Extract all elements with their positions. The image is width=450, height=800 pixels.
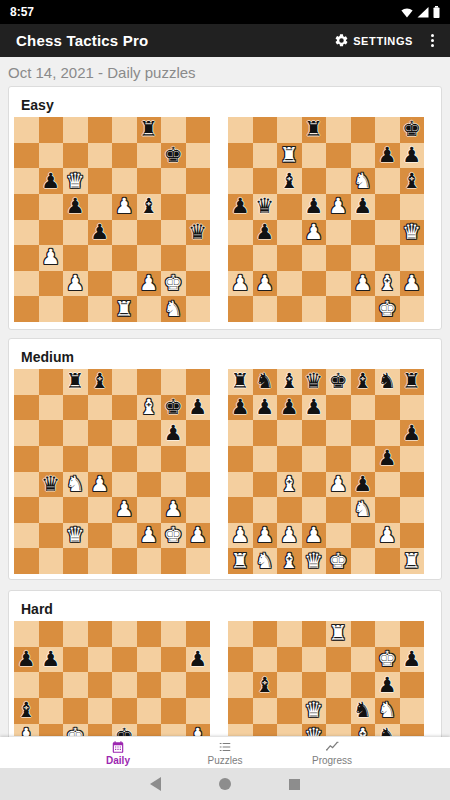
square-f8[interactable] xyxy=(137,369,162,395)
square-h4[interactable]: ♛ xyxy=(186,220,211,246)
chess-board-medium-2[interactable]: ♜♞♝♛♚♝♞♜♟♟♟♟♟♟♝♟♟♞♟♟♟♟♟♜♞♝♛♚♜ xyxy=(228,369,424,574)
square-e5[interactable] xyxy=(112,698,137,724)
square-g4[interactable] xyxy=(375,220,400,246)
square-c6[interactable] xyxy=(63,672,88,698)
square-a4[interactable] xyxy=(228,472,253,498)
square-g3[interactable] xyxy=(161,245,186,271)
square-d3[interactable] xyxy=(302,497,327,523)
square-d6[interactable] xyxy=(88,168,113,194)
square-b8[interactable]: ♞ xyxy=(253,369,278,395)
square-b3[interactable] xyxy=(253,245,278,271)
square-h8[interactable] xyxy=(400,621,425,647)
square-b7[interactable] xyxy=(39,395,64,421)
square-d7[interactable] xyxy=(302,647,327,673)
square-c5[interactable] xyxy=(277,194,302,220)
square-d7[interactable] xyxy=(88,647,113,673)
square-a1[interactable] xyxy=(14,548,39,574)
square-d6[interactable] xyxy=(302,672,327,698)
square-a3[interactable] xyxy=(14,497,39,523)
square-g2[interactable]: ♝ xyxy=(375,271,400,297)
square-c4[interactable] xyxy=(277,724,302,737)
square-f1[interactable] xyxy=(351,296,376,322)
square-g5[interactable] xyxy=(375,194,400,220)
square-h6[interactable] xyxy=(186,420,211,446)
square-b3[interactable]: ♟ xyxy=(39,245,64,271)
square-h2[interactable]: ♟ xyxy=(400,271,425,297)
square-h3[interactable] xyxy=(186,497,211,523)
square-g5[interactable] xyxy=(161,446,186,472)
square-c2[interactable]: ♛ xyxy=(63,523,88,549)
square-g7[interactable] xyxy=(161,647,186,673)
square-e7[interactable] xyxy=(326,395,351,421)
square-f2[interactable]: ♟ xyxy=(137,523,162,549)
square-g2[interactable]: ♚ xyxy=(161,271,186,297)
square-e6[interactable] xyxy=(326,672,351,698)
square-b1[interactable] xyxy=(253,296,278,322)
square-c3[interactable] xyxy=(277,497,302,523)
square-a4[interactable] xyxy=(228,724,253,737)
square-a6[interactable] xyxy=(228,672,253,698)
square-b7[interactable] xyxy=(253,647,278,673)
square-c2[interactable] xyxy=(277,271,302,297)
home-button[interactable] xyxy=(219,778,231,790)
square-a7[interactable]: ♟ xyxy=(14,647,39,673)
square-c8[interactable] xyxy=(277,621,302,647)
square-b5[interactable] xyxy=(39,698,64,724)
square-c7[interactable] xyxy=(277,647,302,673)
square-c1[interactable] xyxy=(63,548,88,574)
square-a5[interactable] xyxy=(14,446,39,472)
square-f6[interactable] xyxy=(137,672,162,698)
square-d5[interactable] xyxy=(88,698,113,724)
square-e3[interactable]: ♟ xyxy=(112,497,137,523)
square-e6[interactable] xyxy=(326,168,351,194)
square-b1[interactable] xyxy=(39,548,64,574)
square-b6[interactable] xyxy=(253,168,278,194)
square-g8[interactable] xyxy=(375,621,400,647)
square-c7[interactable]: ♜ xyxy=(277,143,302,169)
square-a2[interactable]: ♟ xyxy=(228,271,253,297)
square-f8[interactable] xyxy=(137,621,162,647)
square-h5[interactable] xyxy=(186,698,211,724)
square-e1[interactable] xyxy=(326,296,351,322)
square-c3[interactable] xyxy=(277,245,302,271)
square-f2[interactable] xyxy=(351,523,376,549)
square-g7[interactable] xyxy=(375,395,400,421)
square-b4[interactable] xyxy=(39,220,64,246)
tab-puzzles[interactable]: Puzzles xyxy=(172,737,279,768)
square-h1[interactable]: ♜ xyxy=(400,548,425,574)
square-g7[interactable]: ♟ xyxy=(375,143,400,169)
square-b2[interactable]: ♟ xyxy=(253,523,278,549)
square-e7[interactable] xyxy=(326,647,351,673)
settings-button[interactable]: SETTINGS xyxy=(334,33,413,48)
square-c7[interactable]: ♟ xyxy=(277,395,302,421)
square-g1[interactable] xyxy=(161,548,186,574)
square-g3[interactable]: ♟ xyxy=(161,497,186,523)
square-d1[interactable] xyxy=(88,296,113,322)
square-d6[interactable] xyxy=(88,672,113,698)
square-e2[interactable] xyxy=(326,523,351,549)
square-h1[interactable] xyxy=(186,296,211,322)
square-b6[interactable] xyxy=(39,420,64,446)
square-h3[interactable] xyxy=(400,245,425,271)
square-f4[interactable] xyxy=(137,472,162,498)
square-e8[interactable]: ♜ xyxy=(326,621,351,647)
square-b4[interactable] xyxy=(253,472,278,498)
square-h4[interactable] xyxy=(186,472,211,498)
square-b1[interactable] xyxy=(39,296,64,322)
square-b3[interactable] xyxy=(39,497,64,523)
square-a8[interactable] xyxy=(228,117,253,143)
square-a2[interactable] xyxy=(14,271,39,297)
square-b5[interactable] xyxy=(253,446,278,472)
square-a8[interactable] xyxy=(14,369,39,395)
recents-button[interactable] xyxy=(289,779,300,790)
square-a7[interactable] xyxy=(228,143,253,169)
square-g4[interactable] xyxy=(161,220,186,246)
square-e8[interactable] xyxy=(112,621,137,647)
square-h5[interactable] xyxy=(186,446,211,472)
square-b7[interactable]: ♟ xyxy=(253,395,278,421)
square-g5[interactable] xyxy=(161,194,186,220)
square-f5[interactable]: ♟ xyxy=(351,194,376,220)
square-g8[interactable] xyxy=(161,117,186,143)
square-d8[interactable]: ♝ xyxy=(88,369,113,395)
square-b8[interactable] xyxy=(39,369,64,395)
square-e5[interactable]: ♟ xyxy=(112,194,137,220)
square-f5[interactable] xyxy=(137,446,162,472)
square-d3[interactable] xyxy=(88,245,113,271)
chess-board-easy-2[interactable]: ♜♚♜♟♟♝♞♝♟♛♟♟♟♟♟♛♟♟♟♝♟♚ xyxy=(228,117,424,322)
square-a7[interactable]: ♟ xyxy=(228,395,253,421)
square-f4[interactable] xyxy=(351,220,376,246)
square-e5[interactable] xyxy=(326,446,351,472)
overflow-menu-button[interactable] xyxy=(429,30,436,51)
square-b8[interactable] xyxy=(253,621,278,647)
square-h4[interactable]: ♛ xyxy=(400,220,425,246)
square-f4[interactable] xyxy=(137,724,162,737)
square-e8[interactable] xyxy=(112,117,137,143)
square-a6[interactable] xyxy=(14,420,39,446)
square-c7[interactable] xyxy=(63,647,88,673)
square-c6[interactable] xyxy=(277,420,302,446)
square-e3[interactable] xyxy=(112,245,137,271)
square-h2[interactable] xyxy=(186,271,211,297)
square-h1[interactable] xyxy=(400,296,425,322)
square-h6[interactable]: ♝ xyxy=(400,168,425,194)
square-b4[interactable] xyxy=(253,724,278,737)
square-h7[interactable]: ♟ xyxy=(186,395,211,421)
square-d1[interactable] xyxy=(88,548,113,574)
square-b4[interactable]: ♟ xyxy=(253,220,278,246)
square-a3[interactable] xyxy=(228,497,253,523)
square-f4[interactable] xyxy=(137,220,162,246)
square-a7[interactable] xyxy=(14,395,39,421)
square-e6[interactable] xyxy=(326,420,351,446)
square-e6[interactable] xyxy=(112,672,137,698)
square-e7[interactable] xyxy=(112,395,137,421)
square-c7[interactable] xyxy=(63,395,88,421)
square-d1[interactable]: ♛ xyxy=(302,548,327,574)
square-d3[interactable] xyxy=(88,497,113,523)
square-h8[interactable] xyxy=(186,369,211,395)
tab-daily[interactable]: Daily xyxy=(65,737,172,768)
square-h7[interactable] xyxy=(186,143,211,169)
square-f4[interactable]: ♟ xyxy=(351,472,376,498)
square-d8[interactable] xyxy=(88,621,113,647)
square-c3[interactable] xyxy=(63,497,88,523)
square-a1[interactable]: ♜ xyxy=(228,548,253,574)
square-f8[interactable] xyxy=(351,621,376,647)
square-e5[interactable] xyxy=(326,698,351,724)
square-e7[interactable] xyxy=(112,143,137,169)
square-e5[interactable]: ♟ xyxy=(326,194,351,220)
square-b7[interactable]: ♟ xyxy=(39,647,64,673)
square-h2[interactable]: ♟ xyxy=(186,523,211,549)
square-b4[interactable] xyxy=(39,724,64,737)
square-e4[interactable] xyxy=(326,220,351,246)
square-g8[interactable] xyxy=(161,369,186,395)
square-d8[interactable] xyxy=(302,621,327,647)
square-e2[interactable] xyxy=(112,523,137,549)
square-c4[interactable] xyxy=(277,220,302,246)
square-e8[interactable]: ♚ xyxy=(326,369,351,395)
square-a2[interactable] xyxy=(14,523,39,549)
square-d2[interactable] xyxy=(302,271,327,297)
square-f6[interactable] xyxy=(137,420,162,446)
square-f5[interactable] xyxy=(137,698,162,724)
square-d5[interactable] xyxy=(88,194,113,220)
square-b2[interactable] xyxy=(39,523,64,549)
square-d7[interactable]: ♟ xyxy=(302,395,327,421)
square-a3[interactable] xyxy=(14,245,39,271)
square-f5[interactable] xyxy=(351,446,376,472)
square-e1[interactable]: ♜ xyxy=(112,296,137,322)
square-h7[interactable] xyxy=(400,395,425,421)
square-a4[interactable] xyxy=(14,220,39,246)
square-e1[interactable] xyxy=(112,548,137,574)
square-h6[interactable] xyxy=(186,672,211,698)
square-e7[interactable] xyxy=(326,143,351,169)
square-f3[interactable] xyxy=(137,497,162,523)
square-h4[interactable] xyxy=(400,724,425,737)
square-a1[interactable] xyxy=(228,296,253,322)
square-c3[interactable] xyxy=(63,245,88,271)
square-b5[interactable] xyxy=(39,446,64,472)
square-h4[interactable] xyxy=(400,472,425,498)
square-h3[interactable] xyxy=(400,497,425,523)
square-h5[interactable] xyxy=(400,446,425,472)
square-c5[interactable] xyxy=(277,446,302,472)
square-a5[interactable] xyxy=(228,698,253,724)
square-f1[interactable] xyxy=(137,548,162,574)
square-b5[interactable] xyxy=(39,194,64,220)
square-g6[interactable]: ♟ xyxy=(161,420,186,446)
square-f1[interactable] xyxy=(351,548,376,574)
square-b6[interactable]: ♟ xyxy=(39,168,64,194)
square-c4[interactable]: ♝ xyxy=(277,472,302,498)
square-c6[interactable] xyxy=(63,420,88,446)
chess-board-hard-2[interactable]: ♜♚♟♝♟♛♞♞♛♝♞ xyxy=(228,621,424,736)
square-d2[interactable]: ♟ xyxy=(302,523,327,549)
square-c8[interactable] xyxy=(63,117,88,143)
square-f2[interactable]: ♟ xyxy=(137,271,162,297)
square-g8[interactable] xyxy=(161,621,186,647)
square-e5[interactable] xyxy=(112,446,137,472)
square-a6[interactable] xyxy=(14,168,39,194)
square-c2[interactable]: ♟ xyxy=(277,523,302,549)
square-h1[interactable] xyxy=(186,548,211,574)
square-f6[interactable] xyxy=(137,168,162,194)
square-b3[interactable] xyxy=(253,497,278,523)
square-g3[interactable] xyxy=(375,497,400,523)
square-f1[interactable] xyxy=(137,296,162,322)
square-f2[interactable]: ♟ xyxy=(351,271,376,297)
square-g8[interactable]: ♞ xyxy=(375,369,400,395)
square-c4[interactable] xyxy=(63,220,88,246)
square-a5[interactable] xyxy=(14,194,39,220)
square-d4[interactable]: ♛ xyxy=(302,724,327,737)
square-f6[interactable]: ♞ xyxy=(351,168,376,194)
square-c2[interactable]: ♟ xyxy=(63,271,88,297)
square-d8[interactable] xyxy=(88,117,113,143)
square-a7[interactable] xyxy=(228,647,253,673)
square-b1[interactable]: ♞ xyxy=(253,548,278,574)
square-c7[interactable] xyxy=(63,143,88,169)
square-f7[interactable] xyxy=(351,647,376,673)
square-h5[interactable] xyxy=(186,194,211,220)
square-e4[interactable] xyxy=(326,724,351,737)
square-g6[interactable] xyxy=(161,672,186,698)
square-d6[interactable] xyxy=(302,168,327,194)
square-b6[interactable] xyxy=(253,420,278,446)
square-a5[interactable]: ♟ xyxy=(228,194,253,220)
square-a2[interactable]: ♟ xyxy=(228,523,253,549)
square-c1[interactable] xyxy=(63,296,88,322)
square-d6[interactable] xyxy=(88,420,113,446)
square-a4[interactable] xyxy=(228,220,253,246)
square-g4[interactable]: ♞ xyxy=(375,724,400,737)
square-a5[interactable] xyxy=(228,446,253,472)
square-a4[interactable] xyxy=(14,472,39,498)
square-e4[interactable]: ♚ xyxy=(112,724,137,737)
square-g4[interactable] xyxy=(375,472,400,498)
square-b8[interactable] xyxy=(39,117,64,143)
square-g1[interactable]: ♚ xyxy=(375,296,400,322)
square-d7[interactable] xyxy=(302,143,327,169)
square-e7[interactable] xyxy=(112,647,137,673)
square-a6[interactable] xyxy=(228,420,253,446)
square-b2[interactable] xyxy=(39,271,64,297)
square-d1[interactable] xyxy=(302,296,327,322)
square-d5[interactable]: ♛ xyxy=(302,698,327,724)
square-h5[interactable] xyxy=(400,194,425,220)
square-h6[interactable]: ♟ xyxy=(400,420,425,446)
square-d8[interactable]: ♛ xyxy=(302,369,327,395)
square-e6[interactable] xyxy=(112,168,137,194)
square-d3[interactable] xyxy=(302,245,327,271)
square-e4[interactable] xyxy=(112,220,137,246)
square-a8[interactable] xyxy=(14,621,39,647)
square-h2[interactable] xyxy=(400,523,425,549)
square-c6[interactable]: ♝ xyxy=(277,168,302,194)
square-h7[interactable]: ♟ xyxy=(186,647,211,673)
square-f5[interactable]: ♞ xyxy=(351,698,376,724)
square-e8[interactable] xyxy=(326,117,351,143)
square-b8[interactable] xyxy=(39,621,64,647)
square-a3[interactable] xyxy=(228,245,253,271)
square-d4[interactable]: ♟ xyxy=(88,220,113,246)
square-f5[interactable]: ♝ xyxy=(137,194,162,220)
square-h4[interactable]: ♟ xyxy=(186,724,211,737)
square-f3[interactable]: ♞ xyxy=(351,497,376,523)
square-g8[interactable] xyxy=(375,117,400,143)
square-h8[interactable] xyxy=(186,117,211,143)
square-f7[interactable] xyxy=(351,143,376,169)
square-g1[interactable]: ♞ xyxy=(161,296,186,322)
square-d4[interactable]: ♟ xyxy=(302,220,327,246)
square-e2[interactable] xyxy=(112,271,137,297)
square-g7[interactable]: ♚ xyxy=(161,143,186,169)
square-d6[interactable] xyxy=(302,420,327,446)
square-g7[interactable]: ♚ xyxy=(375,647,400,673)
square-g4[interactable] xyxy=(161,472,186,498)
square-g2[interactable]: ♟ xyxy=(375,523,400,549)
square-e3[interactable] xyxy=(326,245,351,271)
square-h6[interactable] xyxy=(400,672,425,698)
square-h8[interactable]: ♜ xyxy=(400,369,425,395)
square-f8[interactable]: ♝ xyxy=(351,369,376,395)
square-g7[interactable]: ♚ xyxy=(161,395,186,421)
square-e4[interactable]: ♟ xyxy=(326,472,351,498)
square-b4[interactable]: ♛ xyxy=(39,472,64,498)
square-d4[interactable] xyxy=(88,724,113,737)
square-f3[interactable] xyxy=(351,245,376,271)
square-a1[interactable] xyxy=(14,296,39,322)
square-d2[interactable] xyxy=(88,271,113,297)
square-c5[interactable]: ♟ xyxy=(63,194,88,220)
square-c5[interactable] xyxy=(63,446,88,472)
square-e3[interactable] xyxy=(326,497,351,523)
square-h3[interactable] xyxy=(186,245,211,271)
square-c8[interactable]: ♜ xyxy=(63,369,88,395)
square-d7[interactable] xyxy=(88,143,113,169)
square-a4[interactable]: ♟ xyxy=(14,724,39,737)
square-f7[interactable] xyxy=(137,143,162,169)
square-a8[interactable] xyxy=(228,621,253,647)
square-d2[interactable] xyxy=(88,523,113,549)
square-g6[interactable] xyxy=(375,420,400,446)
square-d7[interactable] xyxy=(88,395,113,421)
square-d8[interactable]: ♜ xyxy=(302,117,327,143)
square-d5[interactable] xyxy=(302,446,327,472)
square-g5[interactable] xyxy=(161,698,186,724)
back-button[interactable] xyxy=(150,777,161,791)
square-h5[interactable] xyxy=(400,698,425,724)
square-g4[interactable] xyxy=(161,724,186,737)
chess-board-hard-1[interactable]: ♟♟♟♝♟♚♚♟ xyxy=(14,621,210,736)
square-g1[interactable] xyxy=(375,548,400,574)
square-h7[interactable]: ♟ xyxy=(400,143,425,169)
square-b7[interactable] xyxy=(253,143,278,169)
square-f6[interactable] xyxy=(351,672,376,698)
square-c6[interactable]: ♛ xyxy=(63,168,88,194)
square-h7[interactable]: ♟ xyxy=(400,647,425,673)
square-d5[interactable]: ♟ xyxy=(302,194,327,220)
square-f8[interactable] xyxy=(351,117,376,143)
square-c1[interactable] xyxy=(277,296,302,322)
